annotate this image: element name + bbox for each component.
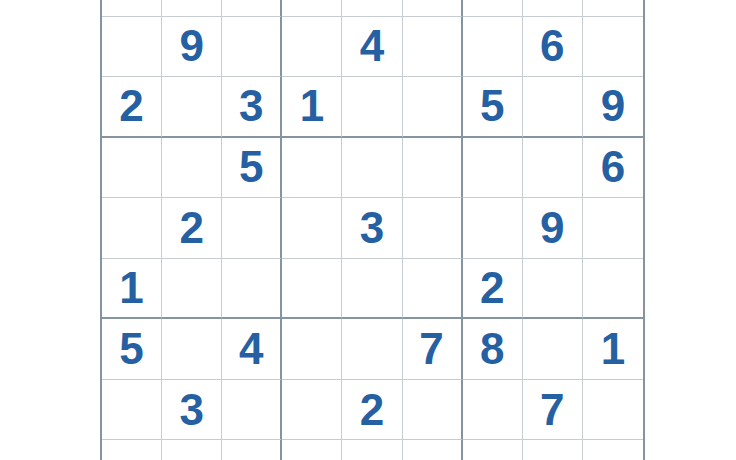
sudoku-cell-r6c4[interactable] bbox=[282, 259, 342, 320]
sudoku-cell-r7c5[interactable] bbox=[342, 319, 402, 380]
sudoku-cell-r3c9[interactable]: 9 bbox=[583, 77, 643, 138]
sudoku-cell-r9c4[interactable] bbox=[282, 440, 342, 460]
sudoku-cell-r3c1[interactable]: 2 bbox=[102, 77, 162, 138]
sudoku-cell-r8c5[interactable]: 2 bbox=[342, 380, 402, 441]
sudoku-cell-r3c7[interactable]: 5 bbox=[463, 77, 523, 138]
sudoku-cell-r3c5[interactable] bbox=[342, 77, 402, 138]
sudoku-cell-r2c8[interactable]: 6 bbox=[523, 17, 583, 78]
sudoku-cell-r1c3[interactable] bbox=[222, 0, 282, 17]
sudoku-cell-r1c7[interactable] bbox=[463, 0, 523, 17]
sudoku-cell-r1c9[interactable] bbox=[583, 0, 643, 17]
sudoku-cell-r8c3[interactable] bbox=[222, 380, 282, 441]
sudoku-cell-r7c7[interactable]: 8 bbox=[463, 319, 523, 380]
sudoku-cell-r9c2[interactable] bbox=[162, 440, 222, 460]
sudoku-cell-r5c6[interactable] bbox=[403, 198, 463, 259]
sudoku-cell-r6c2[interactable] bbox=[162, 259, 222, 320]
sudoku-cell-r5c5[interactable]: 3 bbox=[342, 198, 402, 259]
sudoku-cell-r8c2[interactable]: 3 bbox=[162, 380, 222, 441]
sudoku-cell-r4c8[interactable] bbox=[523, 138, 583, 199]
sudoku-cell-r6c8[interactable] bbox=[523, 259, 583, 320]
sudoku-cell-r5c7[interactable] bbox=[463, 198, 523, 259]
sudoku-board: 94623159562391254781327 bbox=[100, 0, 645, 460]
sudoku-cell-r9c8[interactable] bbox=[523, 440, 583, 460]
sudoku-cell-r2c5[interactable]: 4 bbox=[342, 17, 402, 78]
sudoku-cell-r2c7[interactable] bbox=[463, 17, 523, 78]
sudoku-cell-r1c5[interactable] bbox=[342, 0, 402, 17]
sudoku-cell-r7c4[interactable] bbox=[282, 319, 342, 380]
sudoku-cell-r2c1[interactable] bbox=[102, 17, 162, 78]
sudoku-cell-r8c4[interactable] bbox=[282, 380, 342, 441]
sudoku-cell-r6c6[interactable] bbox=[403, 259, 463, 320]
sudoku-cell-r8c1[interactable] bbox=[102, 380, 162, 441]
sudoku-cell-r2c6[interactable] bbox=[403, 17, 463, 78]
sudoku-cell-r7c9[interactable]: 1 bbox=[583, 319, 643, 380]
sudoku-cell-r6c9[interactable] bbox=[583, 259, 643, 320]
sudoku-cell-r9c7[interactable] bbox=[463, 440, 523, 460]
sudoku-cell-r4c6[interactable] bbox=[403, 138, 463, 199]
sudoku-cell-r9c9[interactable] bbox=[583, 440, 643, 460]
sudoku-cell-r4c3[interactable]: 5 bbox=[222, 138, 282, 199]
sudoku-cell-r8c8[interactable]: 7 bbox=[523, 380, 583, 441]
sudoku-cell-r6c1[interactable]: 1 bbox=[102, 259, 162, 320]
sudoku-cell-r1c4[interactable] bbox=[282, 0, 342, 17]
sudoku-cell-r9c6[interactable] bbox=[403, 440, 463, 460]
sudoku-cell-r9c3[interactable] bbox=[222, 440, 282, 460]
sudoku-cell-r3c3[interactable]: 3 bbox=[222, 77, 282, 138]
sudoku-cell-r6c5[interactable] bbox=[342, 259, 402, 320]
sudoku-cell-r2c3[interactable] bbox=[222, 17, 282, 78]
sudoku-cell-r5c2[interactable]: 2 bbox=[162, 198, 222, 259]
sudoku-cell-r7c6[interactable]: 7 bbox=[403, 319, 463, 380]
sudoku-cell-r1c8[interactable] bbox=[523, 0, 583, 17]
sudoku-cell-r4c2[interactable] bbox=[162, 138, 222, 199]
sudoku-cell-r8c9[interactable] bbox=[583, 380, 643, 441]
sudoku-page: 94623159562391254781327 bbox=[0, 0, 736, 460]
sudoku-cell-r7c3[interactable]: 4 bbox=[222, 319, 282, 380]
sudoku-cell-r9c5[interactable] bbox=[342, 440, 402, 460]
sudoku-cell-r7c8[interactable] bbox=[523, 319, 583, 380]
sudoku-cell-r4c4[interactable] bbox=[282, 138, 342, 199]
sudoku-cell-r4c1[interactable] bbox=[102, 138, 162, 199]
sudoku-cell-r6c3[interactable] bbox=[222, 259, 282, 320]
sudoku-cell-r6c7[interactable]: 2 bbox=[463, 259, 523, 320]
sudoku-cell-r3c4[interactable]: 1 bbox=[282, 77, 342, 138]
sudoku-cell-r8c6[interactable] bbox=[403, 380, 463, 441]
sudoku-cell-r8c7[interactable] bbox=[463, 380, 523, 441]
sudoku-cell-r1c2[interactable] bbox=[162, 0, 222, 17]
sudoku-cell-r1c1[interactable] bbox=[102, 0, 162, 17]
sudoku-cell-r5c4[interactable] bbox=[282, 198, 342, 259]
sudoku-cell-r7c1[interactable]: 5 bbox=[102, 319, 162, 380]
sudoku-cell-r9c1[interactable] bbox=[102, 440, 162, 460]
sudoku-cell-r5c3[interactable] bbox=[222, 198, 282, 259]
sudoku-cell-r3c2[interactable] bbox=[162, 77, 222, 138]
sudoku-cell-r2c9[interactable] bbox=[583, 17, 643, 78]
sudoku-cell-r1c6[interactable] bbox=[403, 0, 463, 17]
sudoku-cell-r5c9[interactable] bbox=[583, 198, 643, 259]
sudoku-cell-r7c2[interactable] bbox=[162, 319, 222, 380]
sudoku-cell-r3c8[interactable] bbox=[523, 77, 583, 138]
sudoku-cell-r3c6[interactable] bbox=[403, 77, 463, 138]
sudoku-cell-r4c5[interactable] bbox=[342, 138, 402, 199]
sudoku-cell-r2c4[interactable] bbox=[282, 17, 342, 78]
sudoku-cell-r2c2[interactable]: 9 bbox=[162, 17, 222, 78]
sudoku-cell-r4c9[interactable]: 6 bbox=[583, 138, 643, 199]
sudoku-cell-r5c8[interactable]: 9 bbox=[523, 198, 583, 259]
sudoku-cell-r4c7[interactable] bbox=[463, 138, 523, 199]
sudoku-cell-r5c1[interactable] bbox=[102, 198, 162, 259]
